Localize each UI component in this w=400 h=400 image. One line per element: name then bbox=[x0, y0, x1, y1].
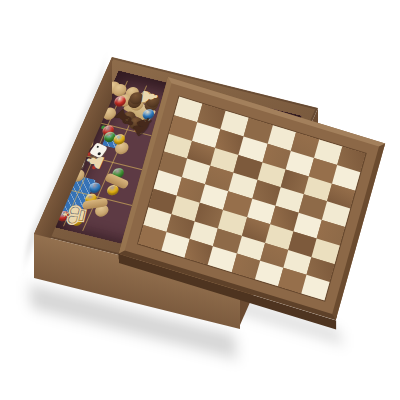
chessboard bbox=[138, 97, 365, 301]
stored-token-blue bbox=[87, 181, 102, 194]
die-pip bbox=[96, 145, 100, 148]
stored-chess-light-pawn: ♟ bbox=[138, 88, 161, 105]
photo-stage: ♝♞♟♟♚ bbox=[0, 0, 400, 400]
